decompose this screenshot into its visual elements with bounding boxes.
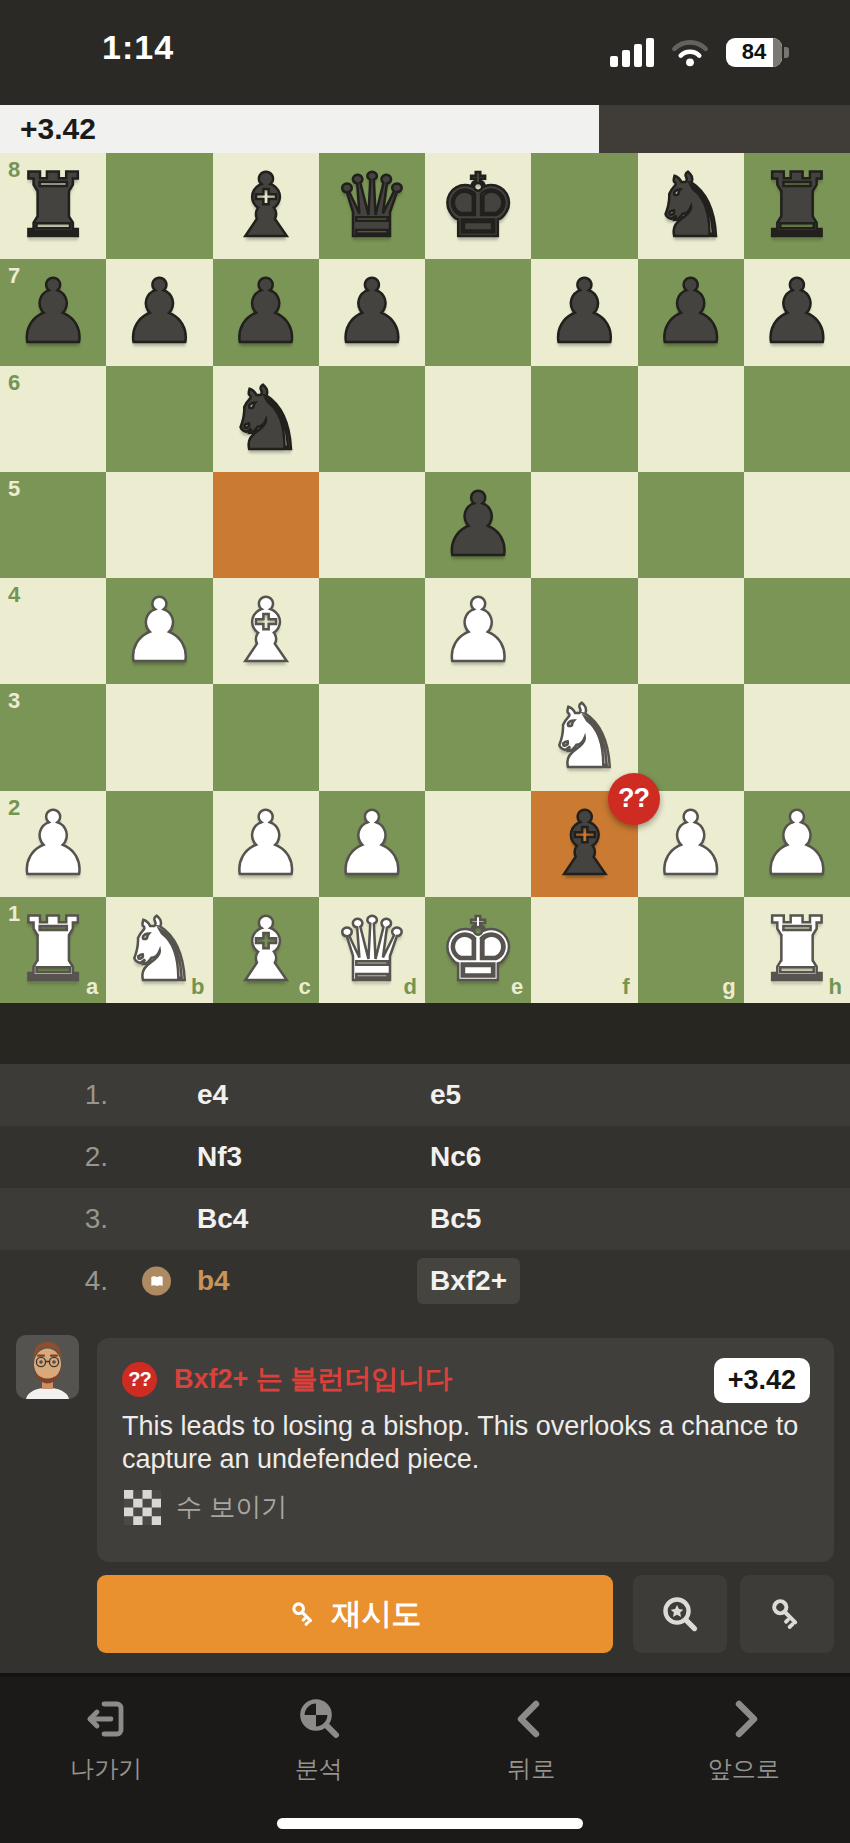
white-piece-e4[interactable]: ♟ bbox=[425, 578, 531, 684]
white-move[interactable]: Nf3 bbox=[108, 1141, 430, 1173]
move-number: 3. bbox=[0, 1203, 108, 1235]
white-piece-f3[interactable]: ♞ bbox=[531, 684, 637, 790]
black-piece-c7[interactable]: ♟ bbox=[213, 259, 319, 365]
magnifier-star-icon bbox=[659, 1593, 701, 1635]
square-f3[interactable]: ♞ bbox=[531, 684, 637, 790]
square-b6[interactable] bbox=[106, 366, 212, 472]
black-piece-a7[interactable]: ♟ bbox=[0, 259, 106, 365]
blunder-icon: ?? bbox=[122, 1362, 157, 1397]
move-number: 2. bbox=[0, 1141, 108, 1173]
current-move-badge[interactable]: Bxf2+ bbox=[417, 1258, 520, 1304]
square-h1[interactable]: h♜ bbox=[744, 897, 850, 1003]
evaluation-value: +3.42 bbox=[20, 105, 96, 153]
blunder-badge: ?? bbox=[608, 773, 660, 825]
home-indicator[interactable] bbox=[277, 1818, 583, 1829]
black-piece-f7[interactable]: ♟ bbox=[531, 259, 637, 365]
square-g4[interactable] bbox=[638, 578, 744, 684]
analysis-icon bbox=[295, 1695, 343, 1743]
clock: 1:14 bbox=[102, 28, 174, 67]
square-f4[interactable] bbox=[531, 578, 637, 684]
square-e8[interactable]: ♚ bbox=[425, 153, 531, 259]
black-move[interactable]: Bxf2+ bbox=[430, 1258, 850, 1304]
white-piece-d2[interactable]: ♟ bbox=[319, 791, 425, 897]
move-row-1: 1.e4e5 bbox=[0, 1064, 850, 1126]
white-piece-c4[interactable]: ♝ bbox=[213, 578, 319, 684]
move-list: 1.e4e52.Nf3Nc63.Bc4Bc54.b4Bxf2+ bbox=[0, 1064, 850, 1312]
coach-explanation: This leads to losing a bishop. This over… bbox=[122, 1410, 798, 1476]
black-piece-c8[interactable]: ♝ bbox=[213, 153, 319, 259]
move-row-3: 3.Bc4Bc5 bbox=[0, 1188, 850, 1250]
blunder-title: Bxf2+ 는 블런더입니다 bbox=[174, 1361, 452, 1397]
square-d3[interactable] bbox=[319, 684, 425, 790]
square-a7[interactable]: 7♟ bbox=[0, 259, 106, 365]
black-move[interactable]: Bc5 bbox=[430, 1203, 850, 1235]
nav-forward[interactable]: 앞으로 bbox=[638, 1677, 850, 1843]
square-d5[interactable] bbox=[319, 472, 425, 578]
square-b8[interactable] bbox=[106, 153, 212, 259]
battery-icon: 84 bbox=[726, 38, 782, 67]
square-f8[interactable] bbox=[531, 153, 637, 259]
chess-board[interactable]: 8♜♝♛♚♞♜7♟♟♟♟♟♟♟6♞5♟4♟♝♟3♞2♟♟♟♝♟♟1a♜b♞c♝d… bbox=[0, 153, 850, 1003]
square-g8[interactable]: ♞ bbox=[638, 153, 744, 259]
file-label-g: g bbox=[722, 974, 735, 1000]
square-f1[interactable]: f bbox=[531, 897, 637, 1003]
nav-exit[interactable]: 나가기 bbox=[0, 1677, 213, 1843]
square-e4[interactable]: ♟ bbox=[425, 578, 531, 684]
white-piece-h1[interactable]: ♜ bbox=[744, 897, 850, 1003]
square-b3[interactable] bbox=[106, 684, 212, 790]
show-moves-button[interactable]: 수 보이기 bbox=[124, 1490, 287, 1525]
square-e6[interactable] bbox=[425, 366, 531, 472]
white-move[interactable]: b4 bbox=[108, 1265, 430, 1297]
white-piece-a2[interactable]: ♟ bbox=[0, 791, 106, 897]
square-e2[interactable] bbox=[425, 791, 531, 897]
square-a3[interactable]: 3 bbox=[0, 684, 106, 790]
square-c7[interactable]: ♟ bbox=[213, 259, 319, 365]
square-f7[interactable]: ♟ bbox=[531, 259, 637, 365]
wifi-icon bbox=[668, 36, 712, 68]
black-piece-g8[interactable]: ♞ bbox=[638, 153, 744, 259]
square-b2[interactable] bbox=[106, 791, 212, 897]
square-c6[interactable]: ♞ bbox=[213, 366, 319, 472]
opening-book-icon bbox=[142, 1267, 171, 1296]
black-move[interactable]: e5 bbox=[430, 1079, 850, 1111]
square-c2[interactable]: ♟ bbox=[213, 791, 319, 897]
square-a8[interactable]: 8♜ bbox=[0, 153, 106, 259]
white-move[interactable]: Bc4 bbox=[108, 1203, 430, 1235]
square-f6[interactable] bbox=[531, 366, 637, 472]
key-icon bbox=[289, 1599, 319, 1629]
square-g6[interactable] bbox=[638, 366, 744, 472]
move-number: 1. bbox=[0, 1079, 108, 1111]
square-h7[interactable]: ♟ bbox=[744, 259, 850, 365]
app-screen: 1:14 84 +3.42 8♜♝♛♚♞♜7♟♟♟♟♟♟♟6♞5♟4♟♝♟3♞2… bbox=[0, 0, 850, 1843]
back-icon bbox=[507, 1695, 555, 1743]
square-c4[interactable]: ♝ bbox=[213, 578, 319, 684]
square-d7[interactable]: ♟ bbox=[319, 259, 425, 365]
move-list-gap bbox=[0, 1003, 850, 1064]
black-piece-a8[interactable]: ♜ bbox=[0, 153, 106, 259]
square-c1[interactable]: c♝ bbox=[213, 897, 319, 1003]
white-move[interactable]: e4 bbox=[108, 1079, 430, 1111]
square-h8[interactable]: ♜ bbox=[744, 153, 850, 259]
move-row-4: 4.b4Bxf2+ bbox=[0, 1250, 850, 1312]
square-g7[interactable]: ♟ bbox=[638, 259, 744, 365]
rank-label-4: 4 bbox=[8, 582, 20, 608]
status-bar: 1:14 84 bbox=[0, 0, 850, 105]
square-b5[interactable] bbox=[106, 472, 212, 578]
square-d8[interactable]: ♛ bbox=[319, 153, 425, 259]
rank-label-3: 3 bbox=[8, 688, 20, 714]
square-h2[interactable]: ♟ bbox=[744, 791, 850, 897]
file-label-f: f bbox=[622, 974, 629, 1000]
square-d1[interactable]: d♛ bbox=[319, 897, 425, 1003]
evaluation-badge: +3.42 bbox=[714, 1358, 810, 1403]
white-piece-b4[interactable]: ♟ bbox=[106, 578, 212, 684]
square-a6[interactable]: 6 bbox=[0, 366, 106, 472]
square-e7[interactable] bbox=[425, 259, 531, 365]
square-d4[interactable] bbox=[319, 578, 425, 684]
exit-icon bbox=[82, 1695, 130, 1743]
square-e3[interactable] bbox=[425, 684, 531, 790]
hint-key-button[interactable] bbox=[740, 1575, 834, 1653]
signal-icon bbox=[610, 37, 654, 67]
mini-board-icon bbox=[124, 1490, 161, 1525]
white-piece-h2[interactable]: ♟ bbox=[744, 791, 850, 897]
show-moves-label: 수 보이기 bbox=[176, 1490, 287, 1525]
black-piece-h8[interactable]: ♜ bbox=[744, 153, 850, 259]
square-h6[interactable] bbox=[744, 366, 850, 472]
coach-avatar bbox=[16, 1335, 79, 1399]
game-review-button[interactable] bbox=[633, 1575, 727, 1653]
black-piece-b7[interactable]: ♟ bbox=[106, 259, 212, 365]
black-piece-d7[interactable]: ♟ bbox=[319, 259, 425, 365]
square-g3[interactable] bbox=[638, 684, 744, 790]
move-number: 4. bbox=[0, 1265, 108, 1297]
black-piece-e5[interactable]: ♟ bbox=[425, 472, 531, 578]
square-h5[interactable] bbox=[744, 472, 850, 578]
square-a4[interactable]: 4 bbox=[0, 578, 106, 684]
white-piece-c2[interactable]: ♟ bbox=[213, 791, 319, 897]
square-d2[interactable]: ♟ bbox=[319, 791, 425, 897]
black-piece-c6[interactable]: ♞ bbox=[213, 366, 319, 472]
key-icon bbox=[768, 1595, 806, 1633]
white-piece-a1[interactable]: ♜ bbox=[0, 897, 106, 1003]
coach-speech-bubble: ?? Bxf2+ 는 블런더입니다 +3.42 This leads to lo… bbox=[97, 1338, 834, 1562]
square-a1[interactable]: 1a♜ bbox=[0, 897, 106, 1003]
white-piece-e1[interactable]: ♚ bbox=[425, 897, 531, 1003]
white-piece-d1[interactable]: ♛ bbox=[319, 897, 425, 1003]
black-piece-d8[interactable]: ♛ bbox=[319, 153, 425, 259]
square-h3[interactable] bbox=[744, 684, 850, 790]
square-b7[interactable]: ♟ bbox=[106, 259, 212, 365]
square-b1[interactable]: b♞ bbox=[106, 897, 212, 1003]
square-f5[interactable] bbox=[531, 472, 637, 578]
square-c5[interactable] bbox=[213, 472, 319, 578]
rank-label-5: 5 bbox=[8, 476, 20, 502]
square-d6[interactable] bbox=[319, 366, 425, 472]
battery-percent: 84 bbox=[742, 39, 766, 65]
rank-label-6: 6 bbox=[8, 370, 20, 396]
square-a2[interactable]: 2♟ bbox=[0, 791, 106, 897]
square-a5[interactable]: 5 bbox=[0, 472, 106, 578]
forward-icon bbox=[720, 1695, 768, 1743]
evaluation-bar: +3.42 bbox=[0, 105, 850, 153]
black-piece-h7[interactable]: ♟ bbox=[744, 259, 850, 365]
square-e5[interactable]: ♟ bbox=[425, 472, 531, 578]
retry-button[interactable]: 재시도 bbox=[97, 1575, 613, 1653]
square-c8[interactable]: ♝ bbox=[213, 153, 319, 259]
square-b4[interactable]: ♟ bbox=[106, 578, 212, 684]
move-row-2: 2.Nf3Nc6 bbox=[0, 1126, 850, 1188]
black-move[interactable]: Nc6 bbox=[430, 1141, 850, 1173]
square-g5[interactable] bbox=[638, 472, 744, 578]
square-g1[interactable]: g bbox=[638, 897, 744, 1003]
black-piece-e8[interactable]: ♚ bbox=[425, 153, 531, 259]
white-piece-c1[interactable]: ♝ bbox=[213, 897, 319, 1003]
black-piece-g7[interactable]: ♟ bbox=[638, 259, 744, 365]
white-piece-b1[interactable]: ♞ bbox=[106, 897, 212, 1003]
square-h4[interactable] bbox=[744, 578, 850, 684]
square-e1[interactable]: e♚ bbox=[425, 897, 531, 1003]
square-c3[interactable] bbox=[213, 684, 319, 790]
